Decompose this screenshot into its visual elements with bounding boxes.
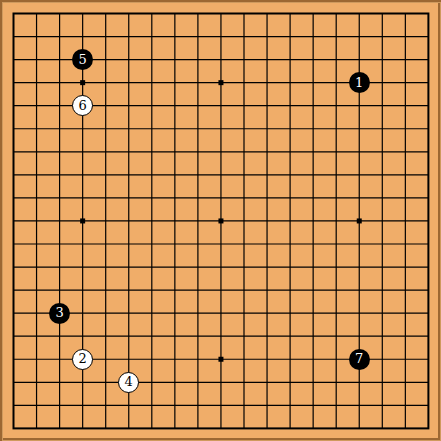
intersection (25, 94, 48, 117)
intersection (117, 94, 140, 117)
intersection (302, 71, 325, 94)
intersection (394, 302, 417, 325)
intersection (163, 25, 186, 48)
intersection (371, 325, 394, 348)
intersection (255, 71, 278, 94)
stone-white-6: 6 (72, 95, 93, 116)
intersection (2, 117, 25, 140)
intersection: 6 (71, 94, 94, 117)
stone-white-4: 4 (118, 372, 139, 393)
board-grid: 5163274 (2, 2, 440, 440)
intersection (140, 302, 163, 325)
intersection (371, 394, 394, 417)
intersection (255, 279, 278, 302)
intersection (48, 163, 71, 186)
intersection: 5 (71, 48, 94, 71)
intersection (209, 232, 232, 255)
intersection (71, 209, 94, 232)
intersection (186, 302, 209, 325)
intersection (117, 394, 140, 417)
intersection (232, 255, 255, 278)
intersection (71, 186, 94, 209)
stone-move-number: 1 (355, 72, 363, 93)
intersection (209, 302, 232, 325)
intersection (163, 163, 186, 186)
intersection (140, 117, 163, 140)
intersection (302, 163, 325, 186)
intersection (209, 140, 232, 163)
intersection (140, 140, 163, 163)
intersection (232, 94, 255, 117)
intersection (94, 2, 117, 25)
intersection (417, 394, 440, 417)
intersection (94, 117, 117, 140)
intersection (48, 232, 71, 255)
stone-move-number: 6 (78, 95, 86, 116)
intersection (371, 417, 394, 440)
intersection (25, 140, 48, 163)
intersection (417, 71, 440, 94)
intersection (94, 163, 117, 186)
intersection (48, 140, 71, 163)
intersection (163, 48, 186, 71)
intersection (186, 279, 209, 302)
intersection (48, 255, 71, 278)
intersection (163, 186, 186, 209)
intersection (117, 255, 140, 278)
intersection (348, 186, 371, 209)
intersection (255, 117, 278, 140)
intersection (2, 140, 25, 163)
intersection (302, 255, 325, 278)
intersection (279, 255, 302, 278)
intersection (94, 209, 117, 232)
intersection (2, 209, 25, 232)
intersection (371, 25, 394, 48)
stone-move-number: 5 (78, 49, 86, 70)
intersection (232, 48, 255, 71)
intersection (117, 348, 140, 371)
intersection (2, 71, 25, 94)
intersection (255, 209, 278, 232)
intersection (232, 140, 255, 163)
intersection (48, 279, 71, 302)
intersection (255, 163, 278, 186)
intersection (163, 371, 186, 394)
intersection (417, 209, 440, 232)
intersection (279, 371, 302, 394)
intersection (186, 348, 209, 371)
intersection (417, 348, 440, 371)
intersection (279, 325, 302, 348)
intersection (71, 279, 94, 302)
intersection (94, 279, 117, 302)
intersection (302, 94, 325, 117)
intersection (255, 371, 278, 394)
intersection (140, 94, 163, 117)
stone-black-3: 3 (49, 303, 70, 324)
intersection (394, 255, 417, 278)
intersection (117, 2, 140, 25)
intersection (348, 25, 371, 48)
intersection (302, 209, 325, 232)
intersection (209, 186, 232, 209)
stone-black-1: 1 (349, 72, 370, 93)
intersection (2, 371, 25, 394)
intersection (71, 140, 94, 163)
intersection (186, 371, 209, 394)
intersection (2, 25, 25, 48)
intersection (325, 302, 348, 325)
intersection (417, 186, 440, 209)
intersection (417, 371, 440, 394)
intersection (71, 371, 94, 394)
intersection (186, 94, 209, 117)
intersection (279, 71, 302, 94)
intersection (394, 371, 417, 394)
intersection (302, 25, 325, 48)
intersection (48, 117, 71, 140)
intersection (140, 25, 163, 48)
intersection (279, 94, 302, 117)
intersection (348, 279, 371, 302)
intersection (394, 71, 417, 94)
intersection (117, 48, 140, 71)
intersection (302, 279, 325, 302)
intersection (186, 117, 209, 140)
intersection (394, 186, 417, 209)
intersection (186, 140, 209, 163)
intersection (255, 94, 278, 117)
intersection (325, 325, 348, 348)
intersection (325, 209, 348, 232)
intersection (325, 2, 348, 25)
intersection (279, 163, 302, 186)
intersection (255, 417, 278, 440)
intersection (302, 302, 325, 325)
intersection (255, 140, 278, 163)
intersection (163, 279, 186, 302)
intersection (279, 140, 302, 163)
intersection (232, 163, 255, 186)
intersection (186, 2, 209, 25)
intersection (371, 2, 394, 25)
intersection (48, 209, 71, 232)
intersection (348, 163, 371, 186)
intersection (302, 348, 325, 371)
intersection (25, 348, 48, 371)
intersection (371, 48, 394, 71)
intersection (255, 348, 278, 371)
intersection (279, 394, 302, 417)
intersection (48, 94, 71, 117)
intersection (163, 325, 186, 348)
intersection (117, 140, 140, 163)
intersection (348, 209, 371, 232)
stone-move-number: 3 (55, 302, 63, 323)
intersection (71, 325, 94, 348)
intersection (163, 255, 186, 278)
intersection (2, 279, 25, 302)
intersection (117, 186, 140, 209)
intersection (209, 394, 232, 417)
intersection (140, 417, 163, 440)
intersection (94, 94, 117, 117)
intersection (279, 25, 302, 48)
intersection (394, 117, 417, 140)
intersection (163, 394, 186, 417)
intersection (348, 371, 371, 394)
intersection (140, 48, 163, 71)
intersection (371, 163, 394, 186)
intersection (25, 325, 48, 348)
intersection (94, 394, 117, 417)
intersection (163, 302, 186, 325)
intersection (371, 279, 394, 302)
intersection (371, 348, 394, 371)
intersection (394, 94, 417, 117)
intersection (325, 140, 348, 163)
stone-move-number: 4 (125, 371, 133, 392)
intersection (2, 163, 25, 186)
intersection (279, 186, 302, 209)
intersection (209, 209, 232, 232)
intersection (186, 394, 209, 417)
intersection (394, 25, 417, 48)
intersection (140, 279, 163, 302)
intersection (232, 232, 255, 255)
intersection (232, 117, 255, 140)
intersection (325, 394, 348, 417)
intersection (394, 163, 417, 186)
intersection (279, 209, 302, 232)
intersection (186, 209, 209, 232)
intersection (140, 209, 163, 232)
intersection (117, 417, 140, 440)
intersection (255, 48, 278, 71)
intersection (117, 325, 140, 348)
intersection (71, 302, 94, 325)
intersection (325, 417, 348, 440)
intersection (394, 417, 417, 440)
intersection (255, 2, 278, 25)
intersection (232, 186, 255, 209)
intersection (117, 209, 140, 232)
intersection (394, 394, 417, 417)
intersection (2, 255, 25, 278)
intersection (417, 48, 440, 71)
intersection (209, 163, 232, 186)
intersection (255, 325, 278, 348)
intersection (209, 325, 232, 348)
intersection (2, 325, 25, 348)
intersection (117, 279, 140, 302)
stone-move-number: 2 (78, 348, 86, 369)
intersection (163, 209, 186, 232)
intersection (71, 117, 94, 140)
intersection (163, 232, 186, 255)
intersection (394, 325, 417, 348)
intersection (348, 232, 371, 255)
intersection (302, 2, 325, 25)
intersection (232, 71, 255, 94)
intersection (117, 117, 140, 140)
intersection (140, 2, 163, 25)
intersection (209, 371, 232, 394)
intersection (48, 48, 71, 71)
intersection (25, 209, 48, 232)
intersection (417, 117, 440, 140)
intersection (417, 163, 440, 186)
intersection (209, 71, 232, 94)
intersection (302, 325, 325, 348)
intersection (348, 94, 371, 117)
intersection (71, 25, 94, 48)
intersection (186, 25, 209, 48)
intersection (325, 94, 348, 117)
intersection (186, 417, 209, 440)
intersection (371, 117, 394, 140)
intersection (371, 186, 394, 209)
intersection (48, 186, 71, 209)
intersection (417, 279, 440, 302)
intersection (48, 394, 71, 417)
intersection (371, 255, 394, 278)
intersection (394, 140, 417, 163)
go-board: 5163274 (0, 0, 441, 441)
intersection (25, 255, 48, 278)
intersection (140, 232, 163, 255)
intersection (325, 348, 348, 371)
intersection (25, 186, 48, 209)
intersection (94, 348, 117, 371)
intersection (417, 325, 440, 348)
intersection (2, 186, 25, 209)
intersection (209, 25, 232, 48)
intersection (348, 325, 371, 348)
intersection (25, 71, 48, 94)
intersection (25, 279, 48, 302)
intersection (2, 394, 25, 417)
intersection (94, 255, 117, 278)
intersection (140, 325, 163, 348)
intersection (25, 117, 48, 140)
intersection (163, 94, 186, 117)
intersection (279, 302, 302, 325)
intersection (209, 348, 232, 371)
intersection (140, 348, 163, 371)
intersection (117, 302, 140, 325)
intersection (325, 25, 348, 48)
intersection (186, 232, 209, 255)
intersection (48, 325, 71, 348)
intersection (186, 163, 209, 186)
intersection (2, 302, 25, 325)
intersection (371, 302, 394, 325)
intersection (2, 48, 25, 71)
intersection: 4 (117, 371, 140, 394)
intersection (371, 209, 394, 232)
intersection (279, 279, 302, 302)
intersection (140, 186, 163, 209)
intersection: 7 (348, 348, 371, 371)
intersection (94, 48, 117, 71)
intersection (325, 163, 348, 186)
intersection (209, 2, 232, 25)
intersection (25, 371, 48, 394)
intersection (348, 302, 371, 325)
intersection (302, 48, 325, 71)
intersection (117, 163, 140, 186)
intersection (232, 2, 255, 25)
intersection (279, 417, 302, 440)
intersection: 1 (348, 71, 371, 94)
intersection (302, 232, 325, 255)
intersection: 2 (71, 348, 94, 371)
intersection (25, 163, 48, 186)
intersection (302, 117, 325, 140)
intersection (417, 232, 440, 255)
intersection (48, 417, 71, 440)
intersection (25, 417, 48, 440)
intersection (94, 140, 117, 163)
intersection (325, 117, 348, 140)
intersection (94, 232, 117, 255)
intersection (71, 71, 94, 94)
intersection (94, 371, 117, 394)
intersection (417, 255, 440, 278)
intersection (117, 232, 140, 255)
intersection (25, 302, 48, 325)
intersection (71, 255, 94, 278)
intersection (94, 325, 117, 348)
intersection (348, 117, 371, 140)
intersection (2, 417, 25, 440)
intersection (255, 394, 278, 417)
intersection (186, 325, 209, 348)
intersection (186, 255, 209, 278)
intersection (325, 186, 348, 209)
stone-black-5: 5 (72, 49, 93, 70)
intersection (394, 348, 417, 371)
intersection (325, 71, 348, 94)
intersection (186, 71, 209, 94)
intersection (394, 279, 417, 302)
intersection (371, 94, 394, 117)
intersection (163, 2, 186, 25)
intersection (209, 255, 232, 278)
intersection (2, 94, 25, 117)
intersection (279, 117, 302, 140)
intersection (232, 417, 255, 440)
intersection (163, 348, 186, 371)
intersection (348, 140, 371, 163)
intersection (71, 2, 94, 25)
intersection (394, 48, 417, 71)
intersection (2, 348, 25, 371)
intersection (163, 71, 186, 94)
intersection (25, 232, 48, 255)
intersection (232, 279, 255, 302)
intersection (186, 48, 209, 71)
intersection (232, 348, 255, 371)
intersection (117, 71, 140, 94)
intersection (94, 302, 117, 325)
intersection (140, 394, 163, 417)
intersection (48, 71, 71, 94)
intersection (417, 2, 440, 25)
intersection (48, 25, 71, 48)
